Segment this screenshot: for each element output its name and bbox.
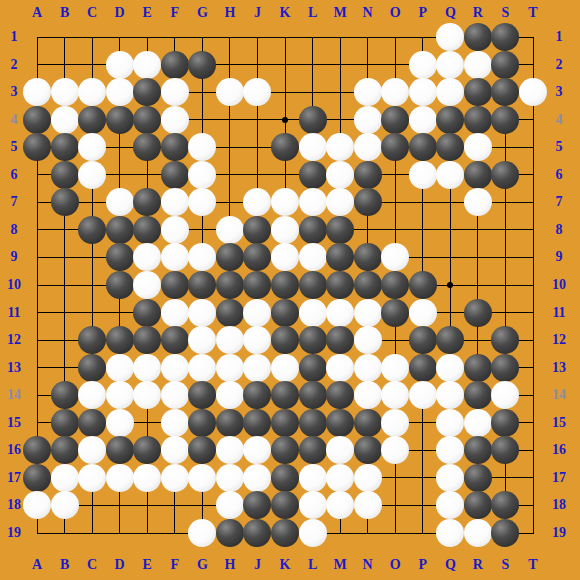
black-stone[interactable] <box>299 216 327 244</box>
black-stone[interactable] <box>409 133 437 161</box>
black-stone[interactable] <box>491 78 519 106</box>
white-stone[interactable] <box>243 436 271 464</box>
white-stone[interactable] <box>299 491 327 519</box>
black-stone[interactable] <box>23 464 51 492</box>
white-stone[interactable] <box>409 51 437 79</box>
white-stone[interactable] <box>299 299 327 327</box>
white-stone[interactable] <box>271 216 299 244</box>
black-stone[interactable] <box>464 161 492 189</box>
white-stone[interactable] <box>23 78 51 106</box>
white-stone[interactable] <box>381 436 409 464</box>
black-stone[interactable] <box>326 381 354 409</box>
black-stone[interactable] <box>491 326 519 354</box>
black-stone[interactable] <box>106 243 134 271</box>
black-stone[interactable] <box>188 436 216 464</box>
black-stone[interactable] <box>133 78 161 106</box>
black-stone[interactable] <box>51 436 79 464</box>
white-stone[interactable] <box>51 78 79 106</box>
black-stone[interactable] <box>381 133 409 161</box>
black-stone[interactable] <box>491 106 519 134</box>
black-stone[interactable] <box>161 271 189 299</box>
white-stone[interactable] <box>271 188 299 216</box>
black-stone[interactable] <box>464 299 492 327</box>
star-point <box>282 117 288 123</box>
col-label-bottom: G <box>197 558 208 572</box>
black-stone[interactable] <box>326 216 354 244</box>
black-stone[interactable] <box>133 436 161 464</box>
white-stone[interactable] <box>216 78 244 106</box>
white-stone[interactable] <box>243 464 271 492</box>
black-stone[interactable] <box>106 216 134 244</box>
black-stone[interactable] <box>381 106 409 134</box>
black-stone[interactable] <box>436 106 464 134</box>
white-stone[interactable] <box>354 299 382 327</box>
col-label-bottom: M <box>334 558 347 572</box>
white-stone[interactable] <box>326 354 354 382</box>
col-label-top: G <box>197 6 208 20</box>
col-label-top: T <box>528 6 537 20</box>
black-stone[interactable] <box>354 271 382 299</box>
row-label-left: 12 <box>7 333 21 347</box>
row-label-left: 16 <box>7 443 21 457</box>
white-stone[interactable] <box>299 464 327 492</box>
row-label-left: 7 <box>11 195 18 209</box>
white-stone[interactable] <box>326 161 354 189</box>
black-stone[interactable] <box>133 106 161 134</box>
col-label-top: C <box>87 6 97 20</box>
white-stone[interactable] <box>78 78 106 106</box>
row-label-left: 15 <box>7 416 21 430</box>
white-stone[interactable] <box>133 243 161 271</box>
black-stone[interactable] <box>299 409 327 437</box>
black-stone[interactable] <box>464 491 492 519</box>
star-point <box>447 282 453 288</box>
white-stone[interactable] <box>243 354 271 382</box>
row-label-right: 9 <box>556 250 563 264</box>
white-stone[interactable] <box>161 243 189 271</box>
black-stone[interactable] <box>106 326 134 354</box>
black-stone[interactable] <box>23 436 51 464</box>
black-stone[interactable] <box>216 271 244 299</box>
col-label-top: O <box>390 6 401 20</box>
white-stone[interactable] <box>436 464 464 492</box>
black-stone[interactable] <box>271 519 299 547</box>
white-stone[interactable] <box>354 491 382 519</box>
row-label-left: 13 <box>7 361 21 375</box>
white-stone[interactable] <box>381 381 409 409</box>
row-label-left: 6 <box>11 168 18 182</box>
black-stone[interactable] <box>161 133 189 161</box>
black-stone[interactable] <box>243 243 271 271</box>
black-stone[interactable] <box>216 243 244 271</box>
black-stone[interactable] <box>491 354 519 382</box>
black-stone[interactable] <box>78 326 106 354</box>
white-stone[interactable] <box>188 519 216 547</box>
col-label-top: S <box>502 6 510 20</box>
black-stone[interactable] <box>161 326 189 354</box>
white-stone[interactable] <box>106 381 134 409</box>
white-stone[interactable] <box>409 106 437 134</box>
black-stone[interactable] <box>78 409 106 437</box>
black-stone[interactable] <box>436 326 464 354</box>
black-stone[interactable] <box>299 106 327 134</box>
white-stone[interactable] <box>216 436 244 464</box>
white-stone[interactable] <box>133 354 161 382</box>
white-stone[interactable] <box>216 326 244 354</box>
black-stone[interactable] <box>491 161 519 189</box>
black-stone[interactable] <box>271 381 299 409</box>
col-label-bottom: H <box>224 558 235 572</box>
black-stone[interactable] <box>188 381 216 409</box>
white-stone[interactable] <box>243 299 271 327</box>
black-stone[interactable] <box>271 299 299 327</box>
black-stone[interactable] <box>243 271 271 299</box>
col-label-bottom: D <box>115 558 125 572</box>
black-stone[interactable] <box>216 299 244 327</box>
white-stone[interactable] <box>436 381 464 409</box>
black-stone[interactable] <box>491 491 519 519</box>
grid-line-v <box>533 37 534 534</box>
white-stone[interactable] <box>436 409 464 437</box>
white-stone[interactable] <box>299 519 327 547</box>
col-label-top: A <box>32 6 42 20</box>
black-stone[interactable] <box>23 133 51 161</box>
white-stone[interactable] <box>133 271 161 299</box>
white-stone[interactable] <box>436 354 464 382</box>
black-stone[interactable] <box>464 354 492 382</box>
row-label-right: 6 <box>556 168 563 182</box>
black-stone[interactable] <box>491 519 519 547</box>
white-stone[interactable] <box>161 106 189 134</box>
black-stone[interactable] <box>133 188 161 216</box>
black-stone[interactable] <box>464 23 492 51</box>
white-stone[interactable] <box>271 243 299 271</box>
black-stone[interactable] <box>133 299 161 327</box>
black-stone[interactable] <box>354 436 382 464</box>
white-stone[interactable] <box>133 381 161 409</box>
white-stone[interactable] <box>216 464 244 492</box>
white-stone[interactable] <box>106 354 134 382</box>
col-label-top: L <box>308 6 317 20</box>
white-stone[interactable] <box>51 464 79 492</box>
white-stone[interactable] <box>491 381 519 409</box>
black-stone[interactable] <box>299 381 327 409</box>
white-stone[interactable] <box>464 409 492 437</box>
black-stone[interactable] <box>216 519 244 547</box>
white-stone[interactable] <box>271 354 299 382</box>
white-stone[interactable] <box>464 51 492 79</box>
col-label-bottom: J <box>254 558 261 572</box>
white-stone[interactable] <box>161 409 189 437</box>
black-stone[interactable] <box>271 436 299 464</box>
white-stone[interactable] <box>381 243 409 271</box>
black-stone[interactable] <box>491 409 519 437</box>
white-stone[interactable] <box>106 78 134 106</box>
white-stone[interactable] <box>188 161 216 189</box>
white-stone[interactable] <box>436 78 464 106</box>
col-label-top: D <box>115 6 125 20</box>
black-stone[interactable] <box>106 271 134 299</box>
black-stone[interactable] <box>188 51 216 79</box>
black-stone[interactable] <box>243 216 271 244</box>
black-stone[interactable] <box>243 409 271 437</box>
black-stone[interactable] <box>464 78 492 106</box>
white-stone[interactable] <box>78 161 106 189</box>
black-stone[interactable] <box>271 409 299 437</box>
white-stone[interactable] <box>106 409 134 437</box>
black-stone[interactable] <box>409 326 437 354</box>
white-stone[interactable] <box>464 519 492 547</box>
black-stone[interactable] <box>299 271 327 299</box>
black-stone[interactable] <box>409 271 437 299</box>
black-stone[interactable] <box>271 271 299 299</box>
go-board[interactable]: AABBCCDDEEFFGGHHJJKKLLMMNNOOPPQQRRSSTT11… <box>0 0 580 580</box>
black-stone[interactable] <box>354 161 382 189</box>
col-label-bottom: K <box>280 558 291 572</box>
row-label-right: 2 <box>556 58 563 72</box>
col-label-top: M <box>334 6 347 20</box>
white-stone[interactable] <box>188 326 216 354</box>
row-label-left: 11 <box>7 306 20 320</box>
white-stone[interactable] <box>78 464 106 492</box>
black-stone[interactable] <box>271 464 299 492</box>
col-label-top: J <box>254 6 261 20</box>
black-stone[interactable] <box>491 23 519 51</box>
white-stone[interactable] <box>436 491 464 519</box>
black-stone[interactable] <box>23 106 51 134</box>
white-stone[interactable] <box>354 326 382 354</box>
black-stone[interactable] <box>243 381 271 409</box>
white-stone[interactable] <box>326 436 354 464</box>
row-label-left: 14 <box>7 388 21 402</box>
white-stone[interactable] <box>161 78 189 106</box>
white-stone[interactable] <box>78 436 106 464</box>
white-stone[interactable] <box>354 78 382 106</box>
white-stone[interactable] <box>381 409 409 437</box>
white-stone[interactable] <box>188 243 216 271</box>
black-stone[interactable] <box>464 436 492 464</box>
col-label-top: R <box>473 6 483 20</box>
white-stone[interactable] <box>161 436 189 464</box>
row-label-left: 4 <box>11 113 18 127</box>
white-stone[interactable] <box>436 51 464 79</box>
row-label-left: 2 <box>11 58 18 72</box>
black-stone[interactable] <box>299 326 327 354</box>
black-stone[interactable] <box>381 299 409 327</box>
black-stone[interactable] <box>409 354 437 382</box>
black-stone[interactable] <box>51 381 79 409</box>
white-stone[interactable] <box>409 299 437 327</box>
white-stone[interactable] <box>354 381 382 409</box>
white-stone[interactable] <box>243 188 271 216</box>
white-stone[interactable] <box>436 436 464 464</box>
black-stone[interactable] <box>243 519 271 547</box>
black-stone[interactable] <box>188 409 216 437</box>
white-stone[interactable] <box>23 491 51 519</box>
black-stone[interactable] <box>51 409 79 437</box>
white-stone[interactable] <box>106 464 134 492</box>
col-label-bottom: E <box>143 558 152 572</box>
col-label-bottom: N <box>363 558 373 572</box>
col-label-bottom: C <box>87 558 97 572</box>
white-stone[interactable] <box>354 354 382 382</box>
white-stone[interactable] <box>326 299 354 327</box>
white-stone[interactable] <box>464 133 492 161</box>
white-stone[interactable] <box>299 133 327 161</box>
row-label-left: 5 <box>11 140 18 154</box>
row-label-right: 12 <box>552 333 566 347</box>
white-stone[interactable] <box>216 354 244 382</box>
black-stone[interactable] <box>106 436 134 464</box>
row-label-right: 13 <box>552 361 566 375</box>
white-stone[interactable] <box>188 299 216 327</box>
white-stone[interactable] <box>51 106 79 134</box>
col-label-top: H <box>224 6 235 20</box>
white-stone[interactable] <box>326 464 354 492</box>
white-stone[interactable] <box>299 243 327 271</box>
black-stone[interactable] <box>161 51 189 79</box>
black-stone[interactable] <box>326 243 354 271</box>
white-stone[interactable] <box>161 464 189 492</box>
white-stone[interactable] <box>354 464 382 492</box>
black-stone[interactable] <box>78 354 106 382</box>
white-stone[interactable] <box>436 23 464 51</box>
white-stone[interactable] <box>326 491 354 519</box>
row-label-right: 4 <box>556 113 563 127</box>
white-stone[interactable] <box>216 216 244 244</box>
white-stone[interactable] <box>161 216 189 244</box>
black-stone[interactable] <box>326 326 354 354</box>
black-stone[interactable] <box>51 161 79 189</box>
col-label-bottom: O <box>390 558 401 572</box>
col-label-top: K <box>280 6 291 20</box>
white-stone[interactable] <box>326 133 354 161</box>
white-stone[interactable] <box>106 188 134 216</box>
white-stone[interactable] <box>436 519 464 547</box>
white-stone[interactable] <box>133 51 161 79</box>
black-stone[interactable] <box>243 491 271 519</box>
black-stone[interactable] <box>271 326 299 354</box>
black-stone[interactable] <box>271 133 299 161</box>
black-stone[interactable] <box>354 409 382 437</box>
col-label-bottom: R <box>473 558 483 572</box>
white-stone[interactable] <box>243 326 271 354</box>
col-label-top: Q <box>445 6 456 20</box>
black-stone[interactable] <box>354 188 382 216</box>
white-stone[interactable] <box>216 381 244 409</box>
row-label-right: 3 <box>556 85 563 99</box>
col-label-top: B <box>60 6 69 20</box>
white-stone[interactable] <box>381 354 409 382</box>
black-stone[interactable] <box>161 161 189 189</box>
row-label-left: 19 <box>7 526 21 540</box>
row-label-right: 14 <box>552 388 566 402</box>
col-label-top: N <box>363 6 373 20</box>
white-stone[interactable] <box>409 161 437 189</box>
white-stone[interactable] <box>188 188 216 216</box>
row-label-right: 19 <box>552 526 566 540</box>
black-stone[interactable] <box>464 106 492 134</box>
black-stone[interactable] <box>491 436 519 464</box>
white-stone[interactable] <box>161 381 189 409</box>
black-stone[interactable] <box>216 409 244 437</box>
row-label-right: 10 <box>552 278 566 292</box>
white-stone[interactable] <box>299 188 327 216</box>
col-label-bottom: Q <box>445 558 456 572</box>
white-stone[interactable] <box>161 299 189 327</box>
row-label-right: 7 <box>556 195 563 209</box>
black-stone[interactable] <box>436 133 464 161</box>
white-stone[interactable] <box>464 188 492 216</box>
black-stone[interactable] <box>133 216 161 244</box>
white-stone[interactable] <box>106 51 134 79</box>
black-stone[interactable] <box>464 381 492 409</box>
black-stone[interactable] <box>326 271 354 299</box>
row-label-right: 8 <box>556 223 563 237</box>
white-stone[interactable] <box>243 78 271 106</box>
white-stone[interactable] <box>216 491 244 519</box>
black-stone[interactable] <box>464 464 492 492</box>
row-label-left: 1 <box>11 30 18 44</box>
row-label-right: 1 <box>556 30 563 44</box>
black-stone[interactable] <box>326 409 354 437</box>
black-stone[interactable] <box>106 106 134 134</box>
white-stone[interactable] <box>381 78 409 106</box>
row-label-left: 10 <box>7 278 21 292</box>
black-stone[interactable] <box>51 133 79 161</box>
white-stone[interactable] <box>188 133 216 161</box>
black-stone[interactable] <box>354 243 382 271</box>
black-stone[interactable] <box>299 161 327 189</box>
white-stone[interactable] <box>436 161 464 189</box>
black-stone[interactable] <box>78 216 106 244</box>
black-stone[interactable] <box>299 436 327 464</box>
black-stone[interactable] <box>133 326 161 354</box>
black-stone[interactable] <box>271 491 299 519</box>
col-label-bottom: S <box>502 558 510 572</box>
white-stone[interactable] <box>161 354 189 382</box>
col-label-bottom: A <box>32 558 42 572</box>
row-label-left: 9 <box>11 250 18 264</box>
white-stone[interactable] <box>519 78 547 106</box>
col-label-bottom: L <box>308 558 317 572</box>
white-stone[interactable] <box>326 188 354 216</box>
row-label-right: 5 <box>556 140 563 154</box>
white-stone[interactable] <box>188 464 216 492</box>
white-stone[interactable] <box>409 381 437 409</box>
black-stone[interactable] <box>381 271 409 299</box>
col-label-top: P <box>418 6 427 20</box>
white-stone[interactable] <box>188 354 216 382</box>
col-label-bottom: P <box>418 558 427 572</box>
white-stone[interactable] <box>161 188 189 216</box>
white-stone[interactable] <box>51 491 79 519</box>
black-stone[interactable] <box>491 51 519 79</box>
white-stone[interactable] <box>78 381 106 409</box>
white-stone[interactable] <box>354 133 382 161</box>
black-stone[interactable] <box>188 271 216 299</box>
black-stone[interactable] <box>51 188 79 216</box>
col-label-bottom: B <box>60 558 69 572</box>
white-stone[interactable] <box>409 78 437 106</box>
black-stone[interactable] <box>133 133 161 161</box>
col-label-top: F <box>170 6 179 20</box>
white-stone[interactable] <box>78 133 106 161</box>
white-stone[interactable] <box>133 464 161 492</box>
black-stone[interactable] <box>78 106 106 134</box>
black-stone[interactable] <box>299 354 327 382</box>
white-stone[interactable] <box>354 106 382 134</box>
